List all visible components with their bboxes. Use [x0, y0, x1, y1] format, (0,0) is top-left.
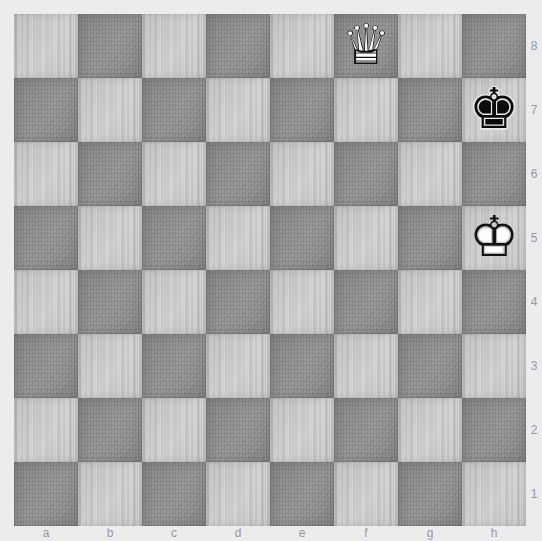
- square-h8[interactable]: [462, 14, 526, 78]
- square-a1[interactable]: [14, 462, 78, 526]
- square-f3[interactable]: [334, 334, 398, 398]
- square-f7[interactable]: [334, 78, 398, 142]
- black-king[interactable]: ♚: [462, 78, 526, 142]
- file-label-e: e: [270, 526, 334, 541]
- black-king-glyph: ♚: [462, 78, 526, 142]
- square-a3[interactable]: [14, 334, 78, 398]
- square-c7[interactable]: [142, 78, 206, 142]
- square-b2[interactable]: [78, 398, 142, 462]
- square-d4[interactable]: [206, 270, 270, 334]
- square-d1[interactable]: [206, 462, 270, 526]
- file-label-b: b: [78, 526, 142, 541]
- file-labels: abcdefgh: [14, 526, 526, 541]
- square-g7[interactable]: [398, 78, 462, 142]
- rank-labels: 87654321: [526, 14, 542, 526]
- square-b4[interactable]: [78, 270, 142, 334]
- rank-label-2: 2: [526, 398, 542, 462]
- square-f8[interactable]: ♛♕: [334, 14, 398, 78]
- square-c3[interactable]: [142, 334, 206, 398]
- square-a5[interactable]: [14, 206, 78, 270]
- square-e1[interactable]: [270, 462, 334, 526]
- file-label-a: a: [14, 526, 78, 541]
- square-b1[interactable]: [78, 462, 142, 526]
- square-g1[interactable]: [398, 462, 462, 526]
- white-queen-outline-glyph: ♕: [334, 14, 398, 78]
- file-label-f: f: [334, 526, 398, 541]
- square-e2[interactable]: [270, 398, 334, 462]
- square-h6[interactable]: [462, 142, 526, 206]
- square-a2[interactable]: [14, 398, 78, 462]
- rank-label-3: 3: [526, 334, 542, 398]
- chess-app: ♛♕♚♚♔ 87654321 abcdefgh: [0, 0, 542, 541]
- rank-label-8: 8: [526, 14, 542, 78]
- square-b8[interactable]: [78, 14, 142, 78]
- square-b7[interactable]: [78, 78, 142, 142]
- square-f2[interactable]: [334, 398, 398, 462]
- square-g3[interactable]: [398, 334, 462, 398]
- rank-label-5: 5: [526, 206, 542, 270]
- square-e5[interactable]: [270, 206, 334, 270]
- rank-label-4: 4: [526, 270, 542, 334]
- square-h7[interactable]: ♚: [462, 78, 526, 142]
- square-g2[interactable]: [398, 398, 462, 462]
- square-h5[interactable]: ♚♔: [462, 206, 526, 270]
- white-king[interactable]: ♚♔: [462, 206, 526, 270]
- square-f1[interactable]: [334, 462, 398, 526]
- square-e3[interactable]: [270, 334, 334, 398]
- square-g5[interactable]: [398, 206, 462, 270]
- square-c1[interactable]: [142, 462, 206, 526]
- square-c2[interactable]: [142, 398, 206, 462]
- square-g6[interactable]: [398, 142, 462, 206]
- square-d8[interactable]: [206, 14, 270, 78]
- chess-board: ♛♕♚♚♔: [14, 14, 526, 526]
- file-label-g: g: [398, 526, 462, 541]
- square-c4[interactable]: [142, 270, 206, 334]
- square-g8[interactable]: [398, 14, 462, 78]
- square-d2[interactable]: [206, 398, 270, 462]
- square-c6[interactable]: [142, 142, 206, 206]
- square-h2[interactable]: [462, 398, 526, 462]
- white-queen[interactable]: ♛♕: [334, 14, 398, 78]
- square-b5[interactable]: [78, 206, 142, 270]
- square-d3[interactable]: [206, 334, 270, 398]
- square-d5[interactable]: [206, 206, 270, 270]
- square-e4[interactable]: [270, 270, 334, 334]
- file-label-d: d: [206, 526, 270, 541]
- rank-label-7: 7: [526, 78, 542, 142]
- square-c8[interactable]: [142, 14, 206, 78]
- square-c5[interactable]: [142, 206, 206, 270]
- square-b3[interactable]: [78, 334, 142, 398]
- square-d6[interactable]: [206, 142, 270, 206]
- square-h1[interactable]: [462, 462, 526, 526]
- square-a8[interactable]: [14, 14, 78, 78]
- file-label-h: h: [462, 526, 526, 541]
- square-h4[interactable]: [462, 270, 526, 334]
- square-d7[interactable]: [206, 78, 270, 142]
- square-g4[interactable]: [398, 270, 462, 334]
- square-b6[interactable]: [78, 142, 142, 206]
- file-label-c: c: [142, 526, 206, 541]
- square-f5[interactable]: [334, 206, 398, 270]
- square-f4[interactable]: [334, 270, 398, 334]
- square-a6[interactable]: [14, 142, 78, 206]
- square-e7[interactable]: [270, 78, 334, 142]
- rank-label-1: 1: [526, 462, 542, 526]
- square-a4[interactable]: [14, 270, 78, 334]
- square-f6[interactable]: [334, 142, 398, 206]
- square-a7[interactable]: [14, 78, 78, 142]
- rank-label-6: 6: [526, 142, 542, 206]
- square-e8[interactable]: [270, 14, 334, 78]
- white-king-outline-glyph: ♔: [462, 206, 526, 270]
- square-e6[interactable]: [270, 142, 334, 206]
- square-h3[interactable]: [462, 334, 526, 398]
